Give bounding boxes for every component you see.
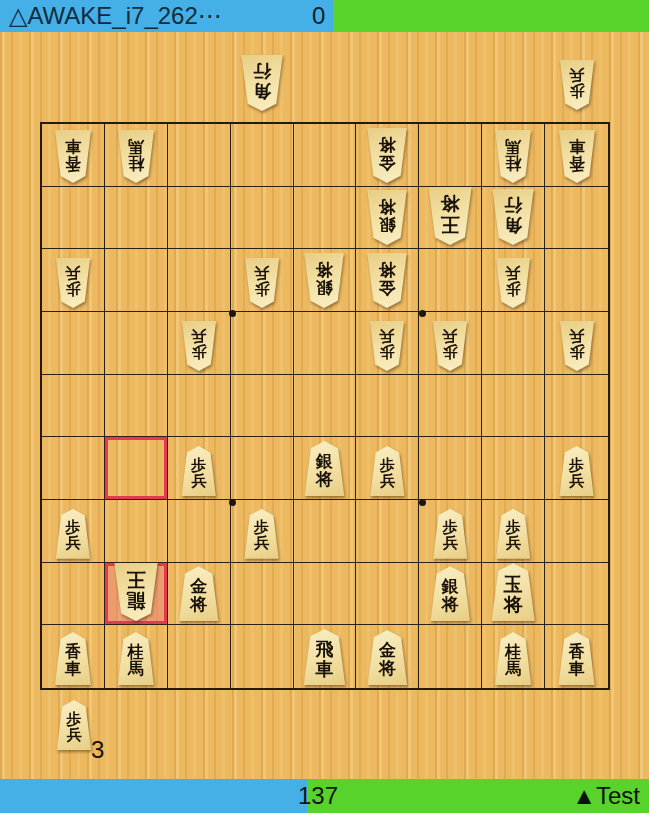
move-counter: 137 xyxy=(298,780,338,812)
piece-kanji: 歩 xyxy=(65,281,80,297)
hoshi-dot xyxy=(229,499,236,506)
piece-kanji: 兵 xyxy=(254,265,269,281)
piece-kanji: 銀 xyxy=(442,578,459,596)
square-1h[interactable] xyxy=(545,563,608,626)
gote-piece-g[interactable]: 金将 xyxy=(365,253,409,308)
piece-kanji: 歩 xyxy=(506,520,521,536)
shogi-app: △AWAKE_i7_262⋯ 0 角行歩兵 香車桂馬金将桂馬香車銀将王将角行歩兵… xyxy=(0,0,649,813)
square-3a[interactable] xyxy=(419,124,482,187)
piece-kanji: 銀 xyxy=(316,278,333,296)
piece-kanji: 車 xyxy=(569,137,585,154)
square-4g[interactable] xyxy=(356,500,419,563)
square-5e[interactable] xyxy=(294,375,357,438)
piece-kanji: 兵 xyxy=(67,728,82,744)
square-5a[interactable] xyxy=(294,124,357,187)
square-2b[interactable]: 角行 xyxy=(482,187,545,250)
piece-kanji: 金 xyxy=(379,278,396,296)
piece-kanji: 車 xyxy=(315,660,333,679)
piece-kanji: 兵 xyxy=(65,536,80,552)
piece-kanji: 歩 xyxy=(570,83,585,99)
sente-piece-s[interactable]: 銀将 xyxy=(428,566,472,621)
piece-kanji: 兵 xyxy=(191,474,206,490)
hoshi-dot xyxy=(229,310,236,317)
piece-kanji: 将 xyxy=(379,660,396,678)
square-1g[interactable] xyxy=(545,500,608,563)
piece-kanji: 行 xyxy=(253,61,271,80)
gote-piece-p[interactable]: 歩兵 xyxy=(431,321,469,371)
piece-kanji: 将 xyxy=(379,197,396,215)
gote-player-bar: △AWAKE_i7_262⋯ 0 xyxy=(0,0,649,32)
square-4b[interactable]: 銀将 xyxy=(356,187,419,250)
square-7e[interactable] xyxy=(168,375,231,438)
sente-piece-p[interactable]: 歩兵 xyxy=(180,446,218,496)
square-3g[interactable]: 歩兵 xyxy=(419,500,482,563)
square-4d[interactable]: 歩兵 xyxy=(356,312,419,375)
square-2f[interactable] xyxy=(482,437,545,500)
sente-hand-p-count: 3 xyxy=(91,736,104,764)
square-2h[interactable]: 玉将 xyxy=(482,563,545,626)
piece-kanji: 将 xyxy=(379,260,396,278)
piece-kanji: 香 xyxy=(65,154,81,171)
gote-piece-n[interactable]: 桂馬 xyxy=(493,130,533,183)
square-6d[interactable] xyxy=(231,312,294,375)
square-5c[interactable]: 銀将 xyxy=(294,249,357,312)
piece-kanji: 将 xyxy=(504,595,523,615)
piece-kanji: 将 xyxy=(316,471,333,489)
gote-piece-l[interactable]: 香車 xyxy=(557,130,597,183)
piece-kanji: 将 xyxy=(441,194,460,214)
piece-kanji: 歩 xyxy=(380,343,395,359)
piece-kanji: 金 xyxy=(379,153,396,171)
square-4e[interactable] xyxy=(356,375,419,438)
piece-kanji: 角 xyxy=(504,215,522,234)
piece-kanji: 王 xyxy=(126,570,145,590)
piece-kanji: 将 xyxy=(379,135,396,153)
sente-piece-p[interactable]: 歩兵 xyxy=(54,509,92,559)
piece-kanji: 歩 xyxy=(380,458,395,474)
piece-kanji: 兵 xyxy=(506,536,521,552)
piece-kanji: 歩 xyxy=(443,520,458,536)
square-3f[interactable] xyxy=(419,437,482,500)
piece-kanji: 香 xyxy=(569,154,585,171)
gote-piece-p[interactable]: 歩兵 xyxy=(558,321,596,371)
square-3i[interactable] xyxy=(419,625,482,688)
square-5h[interactable] xyxy=(294,563,357,626)
piece-kanji: 兵 xyxy=(569,327,584,343)
square-6a[interactable] xyxy=(231,124,294,187)
piece-kanji: 兵 xyxy=(506,265,521,281)
square-6c[interactable]: 歩兵 xyxy=(231,249,294,312)
square-7b[interactable] xyxy=(168,187,231,250)
square-2c[interactable]: 歩兵 xyxy=(482,249,545,312)
square-9b[interactable] xyxy=(42,187,105,250)
gote-piece-p[interactable]: 歩兵 xyxy=(558,60,596,110)
sente-piece-l[interactable]: 香車 xyxy=(557,632,597,685)
piece-kanji: 馬 xyxy=(505,661,521,678)
piece-kanji: 歩 xyxy=(569,458,584,474)
sente-piece-l[interactable]: 香車 xyxy=(53,632,93,685)
sente-piece-g[interactable]: 金将 xyxy=(365,630,409,685)
square-7f[interactable]: 歩兵 xyxy=(168,437,231,500)
square-1d[interactable]: 歩兵 xyxy=(545,312,608,375)
square-8c[interactable] xyxy=(105,249,168,312)
piece-kanji: 桂 xyxy=(128,154,144,171)
gote-player-name: △AWAKE_i7_262⋯ xyxy=(9,0,222,32)
piece-kanji: 将 xyxy=(190,596,207,614)
sente-piece-k[interactable]: 玉将 xyxy=(489,563,537,621)
piece-kanji: 王 xyxy=(441,214,460,234)
gote-piece-k[interactable]: 王将 xyxy=(426,187,474,245)
square-2e[interactable] xyxy=(482,375,545,438)
square-9c[interactable]: 歩兵 xyxy=(42,249,105,312)
square-1f[interactable]: 歩兵 xyxy=(545,437,608,500)
square-5f[interactable]: 銀将 xyxy=(294,437,357,500)
gote-piece-p[interactable]: 歩兵 xyxy=(243,258,281,308)
square-6e[interactable] xyxy=(231,375,294,438)
square-5d[interactable] xyxy=(294,312,357,375)
square-7g[interactable] xyxy=(168,500,231,563)
square-1e[interactable] xyxy=(545,375,608,438)
square-6h[interactable] xyxy=(231,563,294,626)
piece-kanji: 歩 xyxy=(67,712,82,728)
gote-piece-p[interactable]: 歩兵 xyxy=(54,258,92,308)
gote-piece-l[interactable]: 香車 xyxy=(53,130,93,183)
piece-kanji: 飛 xyxy=(315,640,333,659)
piece-kanji: 馬 xyxy=(128,661,144,678)
piece-kanji: 兵 xyxy=(191,327,206,343)
square-3b[interactable]: 王将 xyxy=(419,187,482,250)
square-8f[interactable] xyxy=(105,437,168,500)
sente-piece-p[interactable]: 歩兵 xyxy=(368,446,406,496)
square-6g[interactable]: 歩兵 xyxy=(231,500,294,563)
square-3c[interactable] xyxy=(419,249,482,312)
sente-piece-p[interactable]: 歩兵 xyxy=(55,700,93,750)
sente-player-name: ▲Test xyxy=(572,780,640,812)
square-7i[interactable] xyxy=(168,625,231,688)
gote-piece-p[interactable]: 歩兵 xyxy=(368,321,406,371)
piece-kanji: 金 xyxy=(190,578,207,596)
piece-kanji: 兵 xyxy=(443,536,458,552)
piece-kanji: 兵 xyxy=(569,474,584,490)
square-7c[interactable] xyxy=(168,249,231,312)
gote-piece-s[interactable]: 銀将 xyxy=(365,190,409,245)
piece-kanji: 銀 xyxy=(379,215,396,233)
square-9g[interactable]: 歩兵 xyxy=(42,500,105,563)
piece-kanji: 玉 xyxy=(504,575,523,595)
square-6b[interactable] xyxy=(231,187,294,250)
sente-hand-p[interactable]: 歩兵 xyxy=(55,700,93,750)
gote-piece-b[interactable]: 角行 xyxy=(239,55,285,111)
sente-piece-n[interactable]: 桂馬 xyxy=(493,632,533,685)
piece-kanji: 香 xyxy=(569,644,585,661)
square-6f[interactable] xyxy=(231,437,294,500)
square-3e[interactable] xyxy=(419,375,482,438)
square-9h[interactable] xyxy=(42,563,105,626)
square-6i[interactable] xyxy=(231,625,294,688)
piece-kanji: 桂 xyxy=(505,644,521,661)
sente-piece-p[interactable]: 歩兵 xyxy=(494,509,532,559)
square-2a[interactable]: 桂馬 xyxy=(482,124,545,187)
sente-piece-p[interactable]: 歩兵 xyxy=(431,509,469,559)
piece-kanji: 香 xyxy=(65,644,81,661)
square-4f[interactable]: 歩兵 xyxy=(356,437,419,500)
piece-kanji: 車 xyxy=(569,661,585,678)
shogi-board[interactable]: 香車桂馬金将桂馬香車銀将王将角行歩兵歩兵銀将金将歩兵歩兵歩兵歩兵歩兵歩兵銀将歩兵… xyxy=(40,122,610,690)
piece-kanji: 歩 xyxy=(65,520,80,536)
piece-kanji: 桂 xyxy=(505,154,521,171)
piece-kanji: 馬 xyxy=(505,137,521,154)
sente-piece-p[interactable]: 歩兵 xyxy=(558,446,596,496)
gote-piece-promoted-r[interactable]: 龍王 xyxy=(112,563,160,621)
square-8e[interactable] xyxy=(105,375,168,438)
piece-kanji: 桂 xyxy=(128,644,144,661)
gote-hand-b[interactable]: 角行 xyxy=(239,55,285,111)
piece-kanji: 歩 xyxy=(569,343,584,359)
piece-kanji: 兵 xyxy=(570,67,585,83)
piece-kanji: 銀 xyxy=(316,453,333,471)
piece-kanji: 金 xyxy=(379,642,396,660)
gote-hand-p[interactable]: 歩兵 xyxy=(558,60,596,110)
square-8h[interactable]: 龍王 xyxy=(105,563,168,626)
gote-piece-p[interactable]: 歩兵 xyxy=(494,258,532,308)
piece-kanji: 歩 xyxy=(254,281,269,297)
square-8i[interactable]: 桂馬 xyxy=(105,625,168,688)
square-1b[interactable] xyxy=(545,187,608,250)
piece-kanji: 歩 xyxy=(443,343,458,359)
sente-piece-p[interactable]: 歩兵 xyxy=(243,509,281,559)
sente-piece-s[interactable]: 銀将 xyxy=(302,441,346,496)
piece-kanji: 馬 xyxy=(128,137,144,154)
square-3d[interactable]: 歩兵 xyxy=(419,312,482,375)
square-4c[interactable]: 金将 xyxy=(356,249,419,312)
square-4a[interactable]: 金将 xyxy=(356,124,419,187)
square-5g[interactable] xyxy=(294,500,357,563)
sente-player-bar: 137 ▲Test xyxy=(0,779,649,813)
square-5i[interactable]: 飛車 xyxy=(294,625,357,688)
square-9d[interactable] xyxy=(42,312,105,375)
square-8a[interactable]: 桂馬 xyxy=(105,124,168,187)
sente-piece-r[interactable]: 飛車 xyxy=(301,629,347,685)
square-7h[interactable]: 金将 xyxy=(168,563,231,626)
piece-kanji: 兵 xyxy=(380,474,395,490)
sente-piece-n[interactable]: 桂馬 xyxy=(116,632,156,685)
piece-kanji: 車 xyxy=(65,661,81,678)
piece-kanji: 兵 xyxy=(443,327,458,343)
square-9i[interactable]: 香車 xyxy=(42,625,105,688)
gote-value: 0 xyxy=(312,0,325,32)
square-2g[interactable]: 歩兵 xyxy=(482,500,545,563)
square-1i[interactable]: 香車 xyxy=(545,625,608,688)
gote-piece-b[interactable]: 角行 xyxy=(490,189,536,245)
square-5b[interactable] xyxy=(294,187,357,250)
piece-kanji: 車 xyxy=(65,137,81,154)
hoshi-dot xyxy=(419,499,426,506)
square-3h[interactable]: 銀将 xyxy=(419,563,482,626)
square-1c[interactable] xyxy=(545,249,608,312)
square-7d[interactable]: 歩兵 xyxy=(168,312,231,375)
square-4h[interactable] xyxy=(356,563,419,626)
piece-kanji: 将 xyxy=(316,260,333,278)
sente-piece-g[interactable]: 金将 xyxy=(177,566,221,621)
square-9e[interactable] xyxy=(42,375,105,438)
piece-kanji: 歩 xyxy=(254,520,269,536)
square-8d[interactable] xyxy=(105,312,168,375)
gote-piece-g[interactable]: 金将 xyxy=(365,128,409,183)
piece-kanji: 兵 xyxy=(65,265,80,281)
hoshi-dot xyxy=(419,310,426,317)
sente-time-fill xyxy=(0,779,307,813)
piece-kanji: 行 xyxy=(504,196,522,215)
square-4i[interactable]: 金将 xyxy=(356,625,419,688)
gote-piece-s[interactable]: 銀将 xyxy=(302,253,346,308)
square-1a[interactable]: 香車 xyxy=(545,124,608,187)
square-9f[interactable] xyxy=(42,437,105,500)
piece-kanji: 兵 xyxy=(380,327,395,343)
square-8b[interactable] xyxy=(105,187,168,250)
gote-piece-p[interactable]: 歩兵 xyxy=(180,321,218,371)
piece-kanji: 歩 xyxy=(506,281,521,297)
square-2d[interactable] xyxy=(482,312,545,375)
square-7a[interactable] xyxy=(168,124,231,187)
square-2i[interactable]: 桂馬 xyxy=(482,625,545,688)
square-8g[interactable] xyxy=(105,500,168,563)
piece-kanji: 兵 xyxy=(254,536,269,552)
piece-kanji: 角 xyxy=(253,81,271,100)
piece-kanji: 歩 xyxy=(191,343,206,359)
piece-kanji: 将 xyxy=(442,596,459,614)
gote-piece-n[interactable]: 桂馬 xyxy=(116,130,156,183)
piece-kanji: 龍 xyxy=(126,590,145,610)
square-9a[interactable]: 香車 xyxy=(42,124,105,187)
piece-kanji: 歩 xyxy=(191,458,206,474)
